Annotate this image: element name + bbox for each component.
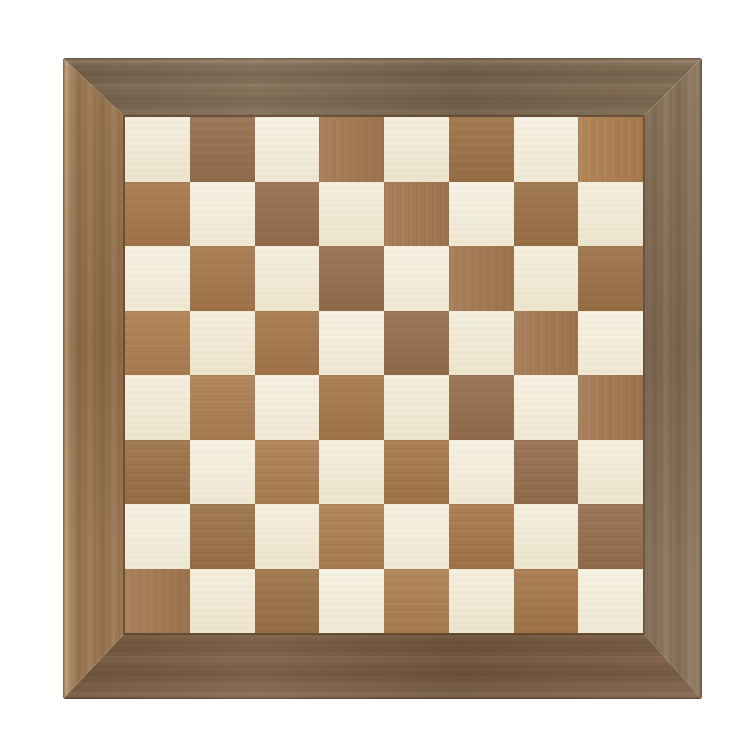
square-e5[interactable] bbox=[384, 311, 449, 376]
square-g8[interactable] bbox=[514, 117, 579, 182]
square-a2[interactable] bbox=[125, 504, 190, 569]
square-f5[interactable] bbox=[449, 311, 514, 376]
square-h6[interactable] bbox=[578, 246, 643, 311]
square-f7[interactable] bbox=[449, 182, 514, 247]
square-f3[interactable] bbox=[449, 440, 514, 505]
square-b7[interactable] bbox=[190, 182, 255, 247]
square-g7[interactable] bbox=[514, 182, 579, 247]
square-a7[interactable] bbox=[125, 182, 190, 247]
square-a3[interactable] bbox=[125, 440, 190, 505]
square-b6[interactable] bbox=[190, 246, 255, 311]
square-h7[interactable] bbox=[578, 182, 643, 247]
square-h1[interactable] bbox=[578, 569, 643, 634]
square-h4[interactable] bbox=[578, 375, 643, 440]
square-e3[interactable] bbox=[384, 440, 449, 505]
square-b1[interactable] bbox=[190, 569, 255, 634]
square-g6[interactable] bbox=[514, 246, 579, 311]
square-b5[interactable] bbox=[190, 311, 255, 376]
square-e1[interactable] bbox=[384, 569, 449, 634]
square-e7[interactable] bbox=[384, 182, 449, 247]
square-d5[interactable] bbox=[319, 311, 384, 376]
square-f8[interactable] bbox=[449, 117, 514, 182]
square-f6[interactable] bbox=[449, 246, 514, 311]
square-g2[interactable] bbox=[514, 504, 579, 569]
square-e6[interactable] bbox=[384, 246, 449, 311]
square-c5[interactable] bbox=[255, 311, 320, 376]
square-a8[interactable] bbox=[125, 117, 190, 182]
square-g1[interactable] bbox=[514, 569, 579, 634]
square-b4[interactable] bbox=[190, 375, 255, 440]
square-e8[interactable] bbox=[384, 117, 449, 182]
square-b8[interactable] bbox=[190, 117, 255, 182]
square-c7[interactable] bbox=[255, 182, 320, 247]
board-grid bbox=[125, 117, 643, 633]
square-f2[interactable] bbox=[449, 504, 514, 569]
square-f1[interactable] bbox=[449, 569, 514, 634]
square-d6[interactable] bbox=[319, 246, 384, 311]
square-e4[interactable] bbox=[384, 375, 449, 440]
square-d8[interactable] bbox=[319, 117, 384, 182]
square-h5[interactable] bbox=[578, 311, 643, 376]
square-c6[interactable] bbox=[255, 246, 320, 311]
chessboard bbox=[63, 58, 702, 699]
square-c8[interactable] bbox=[255, 117, 320, 182]
square-d7[interactable] bbox=[319, 182, 384, 247]
square-g5[interactable] bbox=[514, 311, 579, 376]
square-d1[interactable] bbox=[319, 569, 384, 634]
square-f4[interactable] bbox=[449, 375, 514, 440]
square-c1[interactable] bbox=[255, 569, 320, 634]
square-a1[interactable] bbox=[125, 569, 190, 634]
square-b3[interactable] bbox=[190, 440, 255, 505]
square-b2[interactable] bbox=[190, 504, 255, 569]
square-g3[interactable] bbox=[514, 440, 579, 505]
square-h2[interactable] bbox=[578, 504, 643, 569]
square-c2[interactable] bbox=[255, 504, 320, 569]
square-a6[interactable] bbox=[125, 246, 190, 311]
square-d3[interactable] bbox=[319, 440, 384, 505]
square-g4[interactable] bbox=[514, 375, 579, 440]
square-c4[interactable] bbox=[255, 375, 320, 440]
square-h3[interactable] bbox=[578, 440, 643, 505]
square-a5[interactable] bbox=[125, 311, 190, 376]
square-h8[interactable] bbox=[578, 117, 643, 182]
square-a4[interactable] bbox=[125, 375, 190, 440]
square-d2[interactable] bbox=[319, 504, 384, 569]
square-e2[interactable] bbox=[384, 504, 449, 569]
square-c3[interactable] bbox=[255, 440, 320, 505]
product-photo-background bbox=[0, 0, 755, 755]
square-d4[interactable] bbox=[319, 375, 384, 440]
